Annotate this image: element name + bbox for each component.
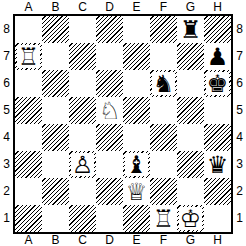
square-e1[interactable] bbox=[123, 205, 150, 232]
rank-label-6: 6 bbox=[0, 70, 13, 97]
square-e4[interactable] bbox=[123, 124, 150, 151]
file-label-e: E bbox=[123, 233, 150, 246]
piece-white-knight[interactable]: ♘ bbox=[98, 99, 121, 122]
piece-white-rook[interactable]: ♖ bbox=[17, 45, 40, 68]
rank-label-4: 4 bbox=[0, 124, 13, 151]
rank-label-7: 7 bbox=[233, 43, 246, 70]
piece-black-knight[interactable]: ♞ bbox=[152, 72, 175, 95]
rank-label-8: 8 bbox=[0, 16, 13, 43]
square-f8[interactable] bbox=[150, 16, 177, 43]
file-label-h: H bbox=[204, 0, 231, 14]
square-a4[interactable] bbox=[15, 124, 42, 151]
square-f2[interactable] bbox=[150, 178, 177, 205]
square-h8[interactable] bbox=[204, 16, 231, 43]
square-g6[interactable] bbox=[177, 70, 204, 97]
file-labels-bottom: ABCDEFGH bbox=[13, 233, 233, 246]
square-d1[interactable] bbox=[96, 205, 123, 232]
chess-diagram: ABCDEFGH 87654321 ♜♖♟♞♚♘♙♝♛♕♖♔ 87654321 … bbox=[0, 0, 246, 246]
square-g1[interactable]: ♔ bbox=[177, 205, 204, 232]
rank-label-5: 5 bbox=[0, 97, 13, 124]
file-label-h: H bbox=[204, 233, 231, 246]
piece-black-bishop[interactable]: ♝ bbox=[125, 153, 148, 176]
square-d3[interactable] bbox=[96, 151, 123, 178]
square-f1[interactable]: ♖ bbox=[150, 205, 177, 232]
rank-label-2: 2 bbox=[233, 178, 246, 205]
square-a5[interactable] bbox=[15, 97, 42, 124]
rank-label-5: 5 bbox=[233, 97, 246, 124]
square-a7[interactable]: ♖ bbox=[15, 43, 42, 70]
square-a2[interactable] bbox=[15, 178, 42, 205]
square-d7[interactable] bbox=[96, 43, 123, 70]
square-g2[interactable] bbox=[177, 178, 204, 205]
square-h3[interactable]: ♛ bbox=[204, 151, 231, 178]
square-b8[interactable] bbox=[42, 16, 69, 43]
square-b3[interactable] bbox=[42, 151, 69, 178]
piece-black-pawn[interactable]: ♟ bbox=[206, 45, 229, 68]
rank-label-2: 2 bbox=[0, 178, 13, 205]
square-b7[interactable] bbox=[42, 43, 69, 70]
file-label-b: B bbox=[42, 0, 69, 14]
square-b1[interactable] bbox=[42, 205, 69, 232]
rank-label-7: 7 bbox=[0, 43, 13, 70]
square-c2[interactable] bbox=[69, 178, 96, 205]
square-d8[interactable] bbox=[96, 16, 123, 43]
piece-white-king[interactable]: ♔ bbox=[179, 207, 202, 230]
file-label-e: E bbox=[123, 0, 150, 14]
square-b6[interactable] bbox=[42, 70, 69, 97]
square-c7[interactable] bbox=[69, 43, 96, 70]
square-h4[interactable] bbox=[204, 124, 231, 151]
chess-board: ♜♖♟♞♚♘♙♝♛♕♖♔ bbox=[13, 14, 233, 234]
square-g4[interactable] bbox=[177, 124, 204, 151]
file-label-d: D bbox=[96, 233, 123, 246]
square-c8[interactable] bbox=[69, 16, 96, 43]
square-c5[interactable] bbox=[69, 97, 96, 124]
rank-labels-right: 87654321 bbox=[233, 14, 246, 234]
file-label-a: A bbox=[15, 233, 42, 246]
file-label-c: C bbox=[69, 0, 96, 14]
square-g7[interactable] bbox=[177, 43, 204, 70]
square-a1[interactable] bbox=[15, 205, 42, 232]
piece-white-rook[interactable]: ♖ bbox=[152, 207, 175, 230]
square-b4[interactable] bbox=[42, 124, 69, 151]
file-label-g: G bbox=[177, 0, 204, 14]
square-f6[interactable]: ♞ bbox=[150, 70, 177, 97]
piece-black-rook[interactable]: ♜ bbox=[179, 18, 202, 41]
square-f4[interactable] bbox=[150, 124, 177, 151]
square-a3[interactable] bbox=[15, 151, 42, 178]
square-d4[interactable] bbox=[96, 124, 123, 151]
square-g3[interactable] bbox=[177, 151, 204, 178]
rank-label-4: 4 bbox=[233, 124, 246, 151]
square-d2[interactable] bbox=[96, 178, 123, 205]
file-label-g: G bbox=[177, 233, 204, 246]
piece-black-king[interactable]: ♚ bbox=[206, 72, 229, 95]
square-e6[interactable] bbox=[123, 70, 150, 97]
square-b2[interactable] bbox=[42, 178, 69, 205]
piece-white-queen[interactable]: ♕ bbox=[125, 180, 148, 203]
square-e2[interactable]: ♕ bbox=[123, 178, 150, 205]
square-h1[interactable] bbox=[204, 205, 231, 232]
rank-label-1: 1 bbox=[0, 205, 13, 232]
rank-label-3: 3 bbox=[233, 151, 246, 178]
square-g5[interactable] bbox=[177, 97, 204, 124]
square-g8[interactable]: ♜ bbox=[177, 16, 204, 43]
square-e3[interactable]: ♝ bbox=[123, 151, 150, 178]
file-label-f: F bbox=[150, 233, 177, 246]
rank-labels-left: 87654321 bbox=[0, 14, 13, 234]
square-b5[interactable] bbox=[42, 97, 69, 124]
square-c3[interactable]: ♙ bbox=[69, 151, 96, 178]
rank-label-1: 1 bbox=[233, 205, 246, 232]
square-c6[interactable] bbox=[69, 70, 96, 97]
square-c1[interactable] bbox=[69, 205, 96, 232]
square-h5[interactable] bbox=[204, 97, 231, 124]
file-label-c: C bbox=[69, 233, 96, 246]
rank-label-3: 3 bbox=[0, 151, 13, 178]
square-c4[interactable] bbox=[69, 124, 96, 151]
rank-label-6: 6 bbox=[233, 70, 246, 97]
square-a6[interactable] bbox=[15, 70, 42, 97]
square-f7[interactable] bbox=[150, 43, 177, 70]
piece-white-pawn[interactable]: ♙ bbox=[71, 153, 94, 176]
square-f3[interactable] bbox=[150, 151, 177, 178]
file-label-d: D bbox=[96, 0, 123, 14]
file-label-b: B bbox=[42, 233, 69, 246]
square-h2[interactable] bbox=[204, 178, 231, 205]
square-a8[interactable] bbox=[15, 16, 42, 43]
file-label-f: F bbox=[150, 0, 177, 14]
square-d6[interactable] bbox=[96, 70, 123, 97]
square-d5[interactable]: ♘ bbox=[96, 97, 123, 124]
piece-black-queen[interactable]: ♛ bbox=[206, 153, 229, 176]
file-labels-top: ABCDEFGH bbox=[13, 0, 233, 14]
square-f5[interactable] bbox=[150, 97, 177, 124]
square-h6[interactable]: ♚ bbox=[204, 70, 231, 97]
square-h7[interactable]: ♟ bbox=[204, 43, 231, 70]
rank-label-8: 8 bbox=[233, 16, 246, 43]
square-e8[interactable] bbox=[123, 16, 150, 43]
file-label-a: A bbox=[15, 0, 42, 14]
square-e7[interactable] bbox=[123, 43, 150, 70]
square-e5[interactable] bbox=[123, 97, 150, 124]
